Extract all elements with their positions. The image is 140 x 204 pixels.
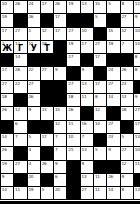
letter-cell[interactable]: 5 bbox=[28, 134, 40, 146]
code-number: 5 bbox=[121, 134, 123, 139]
code-number: 13 bbox=[121, 94, 126, 99]
code-number: 16 bbox=[82, 121, 87, 126]
code-number: 7 bbox=[55, 134, 57, 139]
code-number: 12 bbox=[135, 1, 140, 6]
code-number: 27 bbox=[68, 28, 73, 33]
code-number: 18 bbox=[68, 94, 73, 99]
letter-cell[interactable]: 8 bbox=[134, 67, 140, 79]
letter-cell[interactable]: 26 bbox=[41, 161, 53, 173]
code-number: 8 bbox=[95, 94, 97, 99]
code-number: 8 bbox=[121, 1, 123, 6]
letter-cell[interactable]: 26 bbox=[14, 1, 26, 13]
letter-cell[interactable]: 26 bbox=[54, 1, 66, 13]
black-cell bbox=[14, 147, 26, 159]
code-number: 9 bbox=[121, 174, 123, 179]
code-number: 27 bbox=[15, 28, 20, 33]
letter-cell[interactable]: 10 bbox=[134, 147, 140, 159]
letter-cell[interactable]: 17 bbox=[54, 28, 66, 40]
letter-cell[interactable]: 9 bbox=[81, 161, 93, 173]
letter-cell[interactable]: 17 bbox=[54, 14, 66, 26]
black-cell bbox=[41, 54, 53, 66]
letter-cell[interactable]: 11 bbox=[81, 94, 93, 106]
black-cell bbox=[67, 14, 79, 26]
given-letter: Г bbox=[14, 44, 26, 53]
letter-cell[interactable]: 6 bbox=[14, 121, 26, 133]
letter-cell[interactable]: 5 bbox=[107, 1, 119, 13]
letter-cell[interactable]: 26 bbox=[107, 174, 119, 186]
code-number: 14 bbox=[2, 134, 7, 139]
code-number: 19 bbox=[108, 41, 113, 46]
code-number: 27 bbox=[42, 67, 47, 72]
letter-cell[interactable]: 9 bbox=[107, 147, 119, 159]
letter-cell[interactable]: 22 bbox=[14, 81, 26, 93]
black-cell bbox=[28, 121, 40, 133]
black-cell bbox=[94, 161, 106, 173]
code-number: 14 bbox=[95, 121, 100, 126]
letter-cell[interactable]: 17 bbox=[1, 28, 13, 40]
letter-cell[interactable]: 13 bbox=[81, 174, 93, 186]
code-number: 26 bbox=[28, 94, 33, 99]
letter-cell[interactable]: 19 bbox=[28, 187, 40, 199]
black-cell bbox=[28, 54, 40, 66]
code-number: 23 bbox=[108, 134, 113, 139]
code-number: 5 bbox=[28, 134, 30, 139]
code-number: 17 bbox=[2, 67, 7, 72]
letter-cell[interactable]: 27 bbox=[121, 147, 133, 159]
letter-cell[interactable]: 27 bbox=[1, 81, 13, 93]
letter-cell[interactable]: 26 bbox=[28, 94, 40, 106]
code-number: 17 bbox=[95, 54, 100, 59]
letter-cell[interactable]: 19 bbox=[1, 161, 13, 173]
code-number: 8 bbox=[135, 54, 137, 59]
black-cell bbox=[14, 14, 26, 26]
code-number: 14 bbox=[108, 94, 113, 99]
letter-cell[interactable]: 18 bbox=[67, 94, 79, 106]
code-number: 23 bbox=[121, 81, 126, 86]
code-number: 26 bbox=[2, 147, 7, 152]
letter-cell[interactable]: 13 bbox=[81, 1, 93, 13]
letter-cell[interactable]: 8 bbox=[121, 187, 133, 199]
letter-cell[interactable]: 12 bbox=[14, 107, 26, 119]
code-number: 27 bbox=[108, 81, 113, 86]
letter-cell[interactable]: 5 bbox=[94, 147, 106, 159]
letter-cell[interactable]: 27 bbox=[67, 54, 79, 66]
black-cell bbox=[1, 121, 13, 133]
code-number: 26 bbox=[121, 67, 126, 72]
letter-cell[interactable]: 8 bbox=[94, 94, 106, 106]
letter-cell[interactable]: 19 bbox=[107, 41, 119, 53]
letter-cell[interactable]: 10 bbox=[67, 134, 79, 146]
given-letter: У bbox=[28, 44, 40, 53]
code-number: 26 bbox=[55, 1, 60, 6]
black-cell bbox=[54, 94, 66, 106]
letter-cell[interactable]: 9 bbox=[81, 67, 93, 79]
code-number: 5 bbox=[108, 1, 110, 6]
letter-cell[interactable]: 26 bbox=[121, 67, 133, 79]
code-number: 24 bbox=[108, 67, 113, 72]
letter-cell[interactable]: 12 bbox=[94, 107, 106, 119]
code-number: 12 bbox=[121, 161, 126, 166]
letter-cell[interactable]: 8 bbox=[134, 54, 140, 66]
code-number: 26 bbox=[15, 67, 20, 72]
code-number: 12 bbox=[42, 28, 47, 33]
code-number: 17 bbox=[42, 1, 47, 6]
code-number: 12 bbox=[95, 107, 100, 112]
black-cell bbox=[107, 54, 119, 66]
code-number: 10 bbox=[135, 28, 140, 33]
code-number: 26 bbox=[42, 161, 47, 166]
code-number: 8 bbox=[121, 187, 123, 192]
black-cell bbox=[14, 174, 26, 186]
letter-cell[interactable]: 11 bbox=[67, 121, 79, 133]
code-number: 13 bbox=[135, 134, 140, 139]
black-cell bbox=[134, 81, 140, 93]
letter-cell[interactable]: 27 bbox=[107, 81, 119, 93]
letter-cell[interactable]: 10 bbox=[81, 28, 93, 40]
letter-cell[interactable]: 13 bbox=[41, 107, 53, 119]
code-number: 19 bbox=[28, 187, 33, 192]
letter-cell[interactable]: 19Т bbox=[41, 41, 53, 53]
code-number: 21 bbox=[68, 147, 73, 152]
code-number: 13 bbox=[82, 174, 87, 179]
given-letter: Т bbox=[41, 44, 53, 53]
black-cell bbox=[54, 41, 66, 53]
code-number: 15 bbox=[95, 1, 100, 6]
code-number: 6 bbox=[55, 174, 57, 179]
letter-cell[interactable]: 26 bbox=[14, 67, 26, 79]
black-cell bbox=[94, 67, 106, 79]
code-number: 9 bbox=[55, 161, 57, 166]
black-cell bbox=[41, 14, 53, 26]
letter-cell[interactable]: 15 bbox=[54, 107, 66, 119]
code-number: 22 bbox=[15, 81, 20, 86]
letter-cell[interactable]: 13 bbox=[134, 134, 140, 146]
letter-cell[interactable]: 27 bbox=[28, 81, 40, 93]
code-number: 17 bbox=[82, 41, 87, 46]
code-number: 10 bbox=[82, 28, 87, 33]
letter-cell[interactable]: 5 bbox=[94, 14, 106, 26]
letter-cell[interactable]: 7 bbox=[81, 134, 93, 146]
letter-cell[interactable]: 27 bbox=[81, 187, 93, 199]
code-number: 11 bbox=[95, 187, 100, 192]
letter-cell[interactable]: 7 bbox=[54, 134, 66, 146]
letter-cell[interactable]: 5 bbox=[121, 134, 133, 146]
code-number: 11 bbox=[135, 161, 140, 166]
code-number: 19 bbox=[2, 161, 7, 166]
black-cell bbox=[81, 54, 93, 66]
black-cell bbox=[14, 94, 26, 106]
letter-cell[interactable]: 15 bbox=[94, 1, 106, 13]
letter-cell[interactable]: 12 bbox=[121, 28, 133, 40]
letter-cell[interactable]: 20 bbox=[28, 174, 40, 186]
code-number: 22 bbox=[28, 67, 33, 72]
letter-cell[interactable]: 27 bbox=[107, 121, 119, 133]
letter-cell[interactable]: 4 bbox=[28, 161, 40, 173]
code-number: 9 bbox=[28, 107, 30, 112]
code-number: 26 bbox=[15, 1, 20, 6]
letter-cell[interactable]: 11 bbox=[94, 174, 106, 186]
letter-cell[interactable]: 8 bbox=[121, 1, 133, 13]
letter-cell[interactable]: 14 bbox=[1, 187, 13, 199]
black-cell bbox=[94, 28, 106, 40]
letter-cell[interactable]: 16 bbox=[81, 121, 93, 133]
letter-cell[interactable]: 13 bbox=[81, 147, 93, 159]
code-number: 9 bbox=[135, 94, 137, 99]
letter-cell[interactable]: 17 bbox=[1, 67, 13, 79]
letter-cell[interactable]: 22 bbox=[28, 67, 40, 79]
code-number: 27 bbox=[15, 161, 20, 166]
letter-cell[interactable]: 27 bbox=[94, 41, 106, 53]
code-number: 27 bbox=[82, 187, 87, 192]
code-number: 26 bbox=[108, 174, 113, 179]
letter-cell[interactable]: 17 bbox=[134, 121, 140, 133]
black-cell bbox=[41, 121, 53, 133]
letter-cell[interactable]: 9 bbox=[54, 161, 66, 173]
code-number: 19 bbox=[68, 1, 73, 6]
letter-cell[interactable]: 19 bbox=[67, 1, 79, 13]
letter-cell[interactable]: 14 bbox=[107, 94, 119, 106]
letter-cell[interactable]: 14 bbox=[134, 41, 140, 53]
letter-cell[interactable]: 23 bbox=[121, 81, 133, 93]
code-number: 19 bbox=[68, 41, 73, 46]
letter-cell[interactable]: 20 bbox=[54, 187, 66, 199]
code-number: 14 bbox=[15, 54, 20, 59]
black-cell bbox=[134, 174, 140, 186]
code-number: 9 bbox=[108, 147, 110, 152]
code-number: 17 bbox=[55, 14, 60, 19]
letter-cell[interactable]: 7 bbox=[54, 147, 66, 159]
letter-cell[interactable]: 14 bbox=[14, 54, 26, 66]
letter-cell[interactable]: 19 bbox=[67, 41, 79, 53]
code-number: 20 bbox=[28, 174, 33, 179]
letter-cell[interactable]: 7 bbox=[121, 41, 133, 53]
letter-cell[interactable]: 24 bbox=[107, 67, 119, 79]
letter-cell[interactable]: 27 bbox=[14, 161, 26, 173]
code-number: 6 bbox=[15, 121, 17, 126]
black-cell bbox=[67, 174, 79, 186]
code-number: 10 bbox=[135, 147, 140, 152]
letter-cell[interactable]: 9 bbox=[28, 107, 40, 119]
letter-cell[interactable]: 13 bbox=[134, 187, 140, 199]
code-number: 17 bbox=[2, 28, 7, 33]
black-cell bbox=[67, 67, 79, 79]
black-cell bbox=[107, 107, 119, 119]
code-number: 27 bbox=[121, 147, 126, 152]
black-cell bbox=[67, 161, 79, 173]
letter-cell[interactable]: 14 bbox=[107, 187, 119, 199]
letter-cell[interactable]: 13 bbox=[121, 94, 133, 106]
letter-cell[interactable]: 9 bbox=[1, 174, 13, 186]
letter-cell[interactable]: 12 bbox=[134, 1, 140, 13]
black-cell bbox=[81, 14, 93, 26]
code-number: 9 bbox=[55, 67, 57, 72]
letter-cell[interactable]: 12 bbox=[41, 28, 53, 40]
code-number: 12 bbox=[121, 28, 126, 33]
letter-cell[interactable]: 18 bbox=[1, 94, 13, 106]
letter-cell[interactable]: 13 bbox=[81, 81, 93, 93]
letter-cell[interactable]: 17 bbox=[41, 134, 53, 146]
letter-cell[interactable]: 26 bbox=[1, 107, 13, 119]
black-cell bbox=[1, 54, 13, 66]
letter-cell[interactable]: 1 bbox=[28, 28, 40, 40]
black-cell bbox=[94, 134, 106, 146]
letter-cell[interactable]: 17 bbox=[94, 54, 106, 66]
code-number: 7 bbox=[15, 134, 17, 139]
letter-cell[interactable]: 2Ж bbox=[1, 41, 13, 53]
letter-cell[interactable]: 11 bbox=[134, 161, 140, 173]
black-cell bbox=[107, 14, 119, 26]
code-number: 27 bbox=[2, 81, 7, 86]
code-number: 27 bbox=[121, 14, 126, 19]
code-number: 18 bbox=[121, 107, 126, 112]
code-number: 11 bbox=[15, 187, 20, 192]
code-number: 13 bbox=[82, 1, 87, 6]
codeword-puzzle-screenshot: 1026241726191315581219261752791727112172… bbox=[0, 0, 140, 204]
code-number: 7 bbox=[55, 147, 57, 152]
code-number: 15 bbox=[55, 107, 60, 112]
letter-cell[interactable]: 27 bbox=[67, 81, 79, 93]
letter-cell[interactable]: 27 bbox=[14, 28, 26, 40]
black-cell bbox=[121, 121, 133, 133]
black-cell bbox=[41, 147, 53, 159]
letter-cell[interactable]: 6 bbox=[54, 174, 66, 186]
code-number: 14 bbox=[108, 187, 113, 192]
code-number: 11 bbox=[68, 121, 73, 126]
code-number: 19 bbox=[2, 14, 7, 19]
letter-cell[interactable]: 15 bbox=[107, 28, 119, 40]
black-cell bbox=[41, 94, 53, 106]
black-cell bbox=[54, 81, 66, 93]
letter-cell[interactable]: 11 bbox=[94, 187, 106, 199]
black-cell bbox=[54, 54, 66, 66]
code-number: 9 bbox=[135, 14, 137, 19]
code-number: 27 bbox=[135, 107, 140, 112]
letter-cell[interactable]: 10 bbox=[134, 28, 140, 40]
black-cell bbox=[107, 161, 119, 173]
letter-cell[interactable]: 11 bbox=[14, 187, 26, 199]
code-number: 7 bbox=[121, 41, 123, 46]
code-number: 26 bbox=[2, 107, 7, 112]
code-number: 13 bbox=[82, 147, 87, 152]
letter-cell[interactable]: 26 bbox=[1, 147, 13, 159]
code-number: 18 bbox=[2, 94, 7, 99]
letter-cell[interactable]: 27 bbox=[121, 14, 133, 26]
black-cell bbox=[67, 187, 79, 199]
code-number: 27 bbox=[95, 41, 100, 46]
letter-cell[interactable]: 14 bbox=[94, 121, 106, 133]
black-cell bbox=[41, 81, 53, 93]
codeword-board: 1026241726191315581219261752791727112172… bbox=[0, 0, 140, 200]
letter-cell[interactable]: 17 bbox=[41, 1, 53, 13]
code-number: 11 bbox=[82, 94, 87, 99]
clipped-bottom-row-strip bbox=[0, 201, 140, 204]
letter-cell[interactable]: 26 bbox=[28, 14, 40, 26]
code-number: 10 bbox=[2, 1, 7, 6]
letter-cell[interactable]: 17 bbox=[94, 81, 106, 93]
black-cell bbox=[121, 54, 133, 66]
code-number: 1 bbox=[28, 28, 30, 33]
code-number: 27 bbox=[68, 54, 73, 59]
letter-cell[interactable]: 23 bbox=[107, 134, 119, 146]
code-number: 11 bbox=[95, 174, 100, 179]
code-number: 14 bbox=[2, 187, 7, 192]
code-number: 26 bbox=[68, 107, 73, 112]
code-number: 12 bbox=[15, 107, 20, 112]
black-cell bbox=[81, 107, 93, 119]
letter-cell[interactable]: 27 bbox=[41, 67, 53, 79]
code-number: 13 bbox=[42, 107, 47, 112]
letter-cell[interactable]: 12 bbox=[54, 121, 66, 133]
letter-cell[interactable]: 27 bbox=[67, 28, 79, 40]
code-number: 5 bbox=[42, 187, 44, 192]
given-letter: Ж bbox=[1, 44, 13, 53]
code-number: 17 bbox=[42, 134, 47, 139]
code-number: 26 bbox=[28, 14, 33, 19]
code-number: 12 bbox=[55, 121, 60, 126]
letter-cell[interactable]: 24 bbox=[28, 1, 40, 13]
code-number: 13 bbox=[82, 81, 87, 86]
code-number: 17 bbox=[55, 28, 60, 33]
code-number: 10 bbox=[68, 134, 73, 139]
letter-cell[interactable]: 14 bbox=[1, 134, 13, 146]
black-cell bbox=[41, 174, 53, 186]
letter-cell[interactable]: 9 bbox=[121, 174, 133, 186]
code-number: 9 bbox=[82, 161, 84, 166]
code-number: 9 bbox=[2, 174, 4, 179]
letter-cell[interactable]: 19 bbox=[1, 14, 13, 26]
code-number: 7 bbox=[82, 134, 84, 139]
code-number: 14 bbox=[135, 41, 140, 46]
code-number: 17 bbox=[135, 121, 140, 126]
letter-cell[interactable]: 5 bbox=[41, 187, 53, 199]
code-number: 9 bbox=[82, 67, 84, 72]
letter-cell[interactable]: 18 bbox=[121, 107, 133, 119]
letter-cell[interactable]: 10 bbox=[1, 1, 13, 13]
letter-cell[interactable]: 7 bbox=[14, 134, 26, 146]
code-number: 27 bbox=[68, 81, 73, 86]
code-number: 27 bbox=[28, 81, 33, 86]
letter-cell[interactable]: 9 bbox=[134, 94, 140, 106]
code-number: 8 bbox=[135, 67, 137, 72]
code-number: 20 bbox=[55, 187, 60, 192]
code-number: 24 bbox=[28, 1, 33, 6]
letter-cell[interactable]: 9 bbox=[54, 67, 66, 79]
code-number: 4 bbox=[28, 161, 30, 166]
letter-cell[interactable]: 11У bbox=[28, 41, 40, 53]
letter-cell[interactable]: 9 bbox=[134, 14, 140, 26]
code-number: 15 bbox=[108, 28, 113, 33]
code-number: 17 bbox=[95, 81, 100, 86]
letter-cell[interactable]: 17 bbox=[81, 41, 93, 53]
letter-cell[interactable]: 26 bbox=[67, 107, 79, 119]
letter-cell[interactable]: 12 bbox=[121, 161, 133, 173]
code-number: 5 bbox=[95, 147, 97, 152]
letter-cell[interactable]: 4 bbox=[28, 147, 40, 159]
letter-cell[interactable]: 21 bbox=[67, 147, 79, 159]
letter-cell[interactable]: 27 bbox=[134, 107, 140, 119]
code-number: 13 bbox=[135, 187, 140, 192]
code-number: 5 bbox=[95, 14, 97, 19]
code-number: 4 bbox=[28, 147, 30, 152]
letter-cell[interactable]: 12Г bbox=[14, 41, 26, 53]
code-number: 27 bbox=[108, 121, 113, 126]
